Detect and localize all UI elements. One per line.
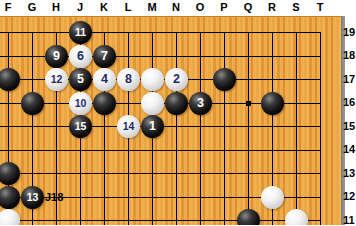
move-number: 7 [101,50,108,63]
col-label-K: K [95,1,113,14]
col-label-M: M [143,1,161,14]
black-stone-K16[interactable] [93,92,116,115]
move-number: 4 [101,73,108,86]
black-stone-Q11[interactable] [237,209,260,225]
row-label-12: 12 [343,190,356,203]
col-label-H: H [47,1,65,14]
black-stone-G16[interactable] [21,92,44,115]
col-label-F: F [0,1,17,14]
black-stone-H18[interactable]: 9 [45,45,68,68]
row-label-18: 18 [343,49,356,62]
move-number: 5 [77,73,84,86]
col-label-T: T [311,1,329,14]
col-label-J: J [71,1,89,14]
move-number: 11 [75,27,86,38]
col-label-O: O [191,1,209,14]
white-stone-S11[interactable] [285,209,308,225]
black-stone-O16[interactable]: 3 [189,92,212,115]
move-number: 10 [75,98,87,109]
black-stone-R16[interactable] [261,92,284,115]
row-label-16: 16 [343,96,356,109]
black-stone-N16[interactable] [165,92,188,115]
move-number: 1 [149,120,156,133]
grid-line-row-13 [0,173,321,174]
black-stone-K18[interactable]: 7 [93,45,116,68]
black-stone-J15[interactable]: 15 [69,115,92,138]
row-label-14: 14 [343,143,356,156]
row-label-13: 13 [343,167,356,180]
col-label-N: N [167,1,185,14]
col-label-S: S [287,1,305,14]
move-annotation: J18 [45,191,63,203]
black-stone-P17[interactable] [213,68,236,91]
row-label-15: 15 [343,120,356,133]
move-number: 2 [173,73,180,86]
move-number: 13 [27,192,39,203]
black-stone-M15[interactable]: 1 [141,115,164,138]
black-stone-G12[interactable]: 13 [21,186,44,209]
grid-line-row-11 [0,220,321,221]
white-stone-M16[interactable] [141,92,164,115]
col-label-L: L [119,1,137,14]
white-stone-L17[interactable]: 8 [117,68,140,91]
row-label-11: 11 [343,214,356,226]
white-stone-R12[interactable] [261,186,284,209]
col-label-P: P [215,1,233,14]
row-label-19: 19 [343,26,356,39]
white-stone-K17[interactable]: 4 [93,68,116,91]
col-label-Q: Q [239,1,257,14]
grid-line-row-19 [0,32,321,33]
white-stone-L15[interactable]: 14 [117,115,140,138]
white-stone-H17[interactable]: 12 [45,68,68,91]
move-number: 15 [75,121,87,132]
col-label-R: R [263,1,281,14]
move-number: 12 [51,74,63,85]
white-stone-N17[interactable]: 2 [165,68,188,91]
black-stone-J17[interactable]: 5 [69,68,92,91]
black-stone-F12[interactable] [0,186,20,209]
col-label-G: G [23,1,41,14]
white-stone-M17[interactable] [141,68,164,91]
move-number: 6 [77,50,84,63]
go-board-screenshot: FGHJKLMNOPQRST191817161514131211 1196712… [0,0,356,225]
move-number: 9 [53,50,60,63]
grid-line-row-14 [0,150,321,151]
black-stone-J19[interactable]: 11 [69,21,92,44]
move-number: 8 [125,73,132,86]
white-stone-J16[interactable]: 10 [69,92,92,115]
white-stone-J18[interactable]: 6 [69,45,92,68]
row-label-17: 17 [343,73,356,86]
star-point-Q16 [246,101,251,106]
move-number: 14 [123,121,135,132]
move-number: 3 [197,97,204,110]
